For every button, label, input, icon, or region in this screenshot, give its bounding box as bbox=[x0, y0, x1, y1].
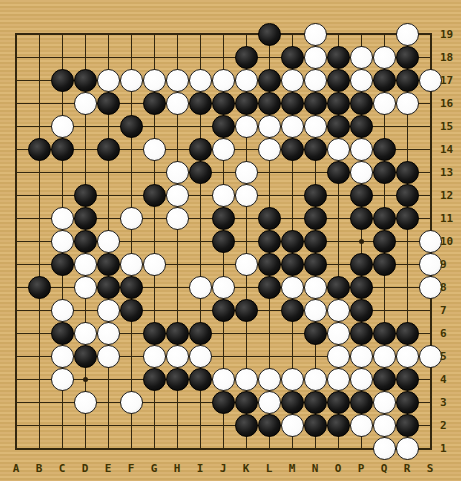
white-stone bbox=[327, 368, 350, 391]
black-stone bbox=[373, 322, 396, 345]
black-stone bbox=[373, 69, 396, 92]
white-stone bbox=[258, 115, 281, 138]
white-stone bbox=[235, 69, 258, 92]
column-label: M bbox=[289, 463, 296, 474]
white-stone bbox=[120, 253, 143, 276]
black-stone bbox=[235, 299, 258, 322]
row-label: 2 bbox=[440, 420, 447, 431]
white-stone bbox=[212, 138, 235, 161]
white-stone bbox=[281, 276, 304, 299]
row-label: 8 bbox=[440, 282, 447, 293]
black-stone bbox=[350, 299, 373, 322]
column-label: A bbox=[13, 463, 20, 474]
white-stone bbox=[258, 368, 281, 391]
black-stone bbox=[212, 92, 235, 115]
white-stone bbox=[120, 207, 143, 230]
black-stone bbox=[143, 322, 166, 345]
white-stone bbox=[74, 253, 97, 276]
black-stone bbox=[235, 46, 258, 69]
white-stone bbox=[74, 276, 97, 299]
black-stone bbox=[258, 69, 281, 92]
black-stone bbox=[304, 230, 327, 253]
white-stone bbox=[212, 368, 235, 391]
column-label: P bbox=[358, 463, 365, 474]
white-stone bbox=[120, 69, 143, 92]
white-stone bbox=[51, 368, 74, 391]
column-label: O bbox=[335, 463, 342, 474]
white-stone bbox=[51, 299, 74, 322]
black-stone bbox=[350, 253, 373, 276]
white-stone bbox=[258, 138, 281, 161]
white-stone bbox=[373, 92, 396, 115]
black-stone bbox=[212, 299, 235, 322]
black-stone bbox=[258, 414, 281, 437]
star-point bbox=[359, 239, 364, 244]
black-stone bbox=[350, 391, 373, 414]
black-stone bbox=[373, 161, 396, 184]
white-stone bbox=[304, 368, 327, 391]
black-stone bbox=[120, 115, 143, 138]
black-stone bbox=[258, 253, 281, 276]
white-stone bbox=[350, 46, 373, 69]
black-stone bbox=[396, 184, 419, 207]
white-stone bbox=[189, 276, 212, 299]
column-label: R bbox=[404, 463, 411, 474]
column-label: G bbox=[151, 463, 158, 474]
white-stone bbox=[373, 46, 396, 69]
white-stone bbox=[304, 69, 327, 92]
black-stone bbox=[396, 69, 419, 92]
white-stone bbox=[419, 230, 442, 253]
white-stone bbox=[143, 345, 166, 368]
black-stone bbox=[396, 46, 419, 69]
row-label: 14 bbox=[440, 144, 453, 155]
white-stone bbox=[166, 207, 189, 230]
black-stone bbox=[396, 161, 419, 184]
white-stone bbox=[350, 69, 373, 92]
white-stone bbox=[51, 230, 74, 253]
white-stone bbox=[281, 368, 304, 391]
black-stone bbox=[373, 207, 396, 230]
white-stone bbox=[350, 138, 373, 161]
black-stone bbox=[235, 414, 258, 437]
white-stone bbox=[327, 322, 350, 345]
black-stone bbox=[235, 391, 258, 414]
black-stone bbox=[258, 92, 281, 115]
row-label: 1 bbox=[440, 443, 447, 454]
white-stone bbox=[235, 253, 258, 276]
column-label: F bbox=[128, 463, 135, 474]
black-stone bbox=[396, 207, 419, 230]
black-stone bbox=[304, 207, 327, 230]
black-stone bbox=[258, 23, 281, 46]
white-stone bbox=[212, 276, 235, 299]
white-stone bbox=[350, 368, 373, 391]
black-stone bbox=[166, 322, 189, 345]
black-stone bbox=[189, 138, 212, 161]
row-label: 6 bbox=[440, 328, 447, 339]
white-stone bbox=[350, 345, 373, 368]
white-stone bbox=[373, 437, 396, 460]
black-stone bbox=[281, 391, 304, 414]
white-stone bbox=[419, 345, 442, 368]
white-stone bbox=[166, 92, 189, 115]
column-label: H bbox=[174, 463, 181, 474]
go-board[interactable]: ABCDEFGHIJKLMNOPQRS 19181716151413121110… bbox=[0, 0, 461, 481]
white-stone bbox=[143, 69, 166, 92]
black-stone bbox=[327, 161, 350, 184]
white-stone bbox=[74, 391, 97, 414]
white-stone bbox=[97, 345, 120, 368]
black-stone bbox=[396, 368, 419, 391]
white-stone bbox=[51, 115, 74, 138]
white-stone bbox=[350, 414, 373, 437]
black-stone bbox=[350, 115, 373, 138]
black-stone bbox=[51, 138, 74, 161]
row-label: 19 bbox=[440, 29, 453, 40]
black-stone bbox=[212, 207, 235, 230]
black-stone bbox=[373, 368, 396, 391]
black-stone bbox=[258, 230, 281, 253]
black-stone bbox=[327, 414, 350, 437]
white-stone bbox=[97, 299, 120, 322]
white-stone bbox=[235, 115, 258, 138]
white-stone bbox=[304, 276, 327, 299]
column-label: N bbox=[312, 463, 319, 474]
row-label: 3 bbox=[440, 397, 447, 408]
black-stone bbox=[189, 322, 212, 345]
black-stone bbox=[97, 92, 120, 115]
column-label: B bbox=[36, 463, 43, 474]
white-stone bbox=[97, 322, 120, 345]
white-stone bbox=[143, 253, 166, 276]
column-label: K bbox=[243, 463, 250, 474]
row-label: 4 bbox=[440, 374, 447, 385]
white-stone bbox=[235, 161, 258, 184]
black-stone bbox=[212, 230, 235, 253]
white-stone bbox=[212, 69, 235, 92]
black-stone bbox=[189, 161, 212, 184]
white-stone bbox=[74, 322, 97, 345]
white-stone bbox=[166, 161, 189, 184]
column-label: D bbox=[82, 463, 89, 474]
column-label: E bbox=[105, 463, 112, 474]
white-stone bbox=[143, 138, 166, 161]
black-stone bbox=[74, 69, 97, 92]
black-stone bbox=[51, 69, 74, 92]
black-stone bbox=[327, 391, 350, 414]
white-stone bbox=[396, 345, 419, 368]
black-stone bbox=[327, 46, 350, 69]
black-stone bbox=[74, 345, 97, 368]
row-label: 7 bbox=[440, 305, 447, 316]
black-stone bbox=[373, 230, 396, 253]
black-stone bbox=[281, 138, 304, 161]
black-stone bbox=[327, 92, 350, 115]
white-stone bbox=[304, 115, 327, 138]
column-label: C bbox=[59, 463, 66, 474]
white-stone bbox=[396, 437, 419, 460]
white-stone bbox=[166, 184, 189, 207]
white-stone bbox=[396, 23, 419, 46]
black-stone bbox=[189, 92, 212, 115]
black-stone bbox=[51, 322, 74, 345]
black-stone bbox=[235, 92, 258, 115]
white-stone bbox=[281, 69, 304, 92]
black-stone bbox=[97, 276, 120, 299]
white-stone bbox=[419, 253, 442, 276]
black-stone bbox=[28, 138, 51, 161]
black-stone bbox=[304, 253, 327, 276]
row-label: 10 bbox=[440, 236, 453, 247]
black-stone bbox=[120, 299, 143, 322]
black-stone bbox=[327, 115, 350, 138]
black-stone bbox=[281, 253, 304, 276]
row-label: 13 bbox=[440, 167, 453, 178]
black-stone bbox=[258, 276, 281, 299]
white-stone bbox=[74, 92, 97, 115]
white-stone bbox=[97, 230, 120, 253]
white-stone bbox=[212, 184, 235, 207]
row-label: 18 bbox=[440, 52, 453, 63]
black-stone bbox=[350, 184, 373, 207]
black-stone bbox=[396, 414, 419, 437]
black-stone bbox=[304, 322, 327, 345]
black-stone bbox=[28, 276, 51, 299]
white-stone bbox=[189, 69, 212, 92]
white-stone bbox=[97, 69, 120, 92]
white-stone bbox=[281, 115, 304, 138]
column-label: Q bbox=[381, 463, 388, 474]
black-stone bbox=[212, 115, 235, 138]
column-label: J bbox=[220, 463, 227, 474]
white-stone bbox=[258, 391, 281, 414]
black-stone bbox=[51, 253, 74, 276]
row-label: 16 bbox=[440, 98, 453, 109]
column-label: I bbox=[197, 463, 204, 474]
white-stone bbox=[350, 161, 373, 184]
black-stone bbox=[304, 391, 327, 414]
black-stone bbox=[350, 276, 373, 299]
white-stone bbox=[396, 92, 419, 115]
black-stone bbox=[327, 276, 350, 299]
black-stone bbox=[143, 184, 166, 207]
black-stone bbox=[74, 184, 97, 207]
black-stone bbox=[373, 253, 396, 276]
black-stone bbox=[281, 92, 304, 115]
black-stone bbox=[304, 138, 327, 161]
black-stone bbox=[304, 92, 327, 115]
black-stone bbox=[120, 276, 143, 299]
row-label: 9 bbox=[440, 259, 447, 270]
black-stone bbox=[350, 92, 373, 115]
row-label: 11 bbox=[440, 213, 453, 224]
row-label: 15 bbox=[440, 121, 453, 132]
star-point bbox=[83, 377, 88, 382]
black-stone bbox=[373, 138, 396, 161]
black-stone bbox=[396, 322, 419, 345]
white-stone bbox=[189, 345, 212, 368]
black-stone bbox=[350, 207, 373, 230]
black-stone bbox=[396, 391, 419, 414]
black-stone bbox=[304, 414, 327, 437]
white-stone bbox=[235, 184, 258, 207]
black-stone bbox=[166, 368, 189, 391]
black-stone bbox=[97, 138, 120, 161]
row-label: 17 bbox=[440, 75, 453, 86]
white-stone bbox=[419, 69, 442, 92]
row-label: 12 bbox=[440, 190, 453, 201]
black-stone bbox=[212, 391, 235, 414]
black-stone bbox=[74, 230, 97, 253]
white-stone bbox=[166, 345, 189, 368]
black-stone bbox=[189, 368, 212, 391]
white-stone bbox=[51, 345, 74, 368]
white-stone bbox=[327, 299, 350, 322]
white-stone bbox=[166, 69, 189, 92]
white-stone bbox=[327, 138, 350, 161]
black-stone bbox=[350, 322, 373, 345]
white-stone bbox=[373, 345, 396, 368]
white-stone bbox=[373, 414, 396, 437]
black-stone bbox=[143, 92, 166, 115]
white-stone bbox=[120, 391, 143, 414]
white-stone bbox=[235, 368, 258, 391]
black-stone bbox=[281, 230, 304, 253]
black-stone bbox=[327, 69, 350, 92]
white-stone bbox=[51, 207, 74, 230]
white-stone bbox=[304, 299, 327, 322]
black-stone bbox=[74, 207, 97, 230]
white-stone bbox=[419, 276, 442, 299]
column-label: S bbox=[427, 463, 434, 474]
white-stone bbox=[327, 345, 350, 368]
white-stone bbox=[304, 23, 327, 46]
white-stone bbox=[281, 414, 304, 437]
column-label: L bbox=[266, 463, 273, 474]
black-stone bbox=[304, 184, 327, 207]
black-stone bbox=[97, 253, 120, 276]
white-stone bbox=[373, 391, 396, 414]
white-stone bbox=[304, 46, 327, 69]
black-stone bbox=[281, 46, 304, 69]
black-stone bbox=[258, 207, 281, 230]
row-label: 5 bbox=[440, 351, 447, 362]
black-stone bbox=[143, 368, 166, 391]
black-stone bbox=[281, 299, 304, 322]
